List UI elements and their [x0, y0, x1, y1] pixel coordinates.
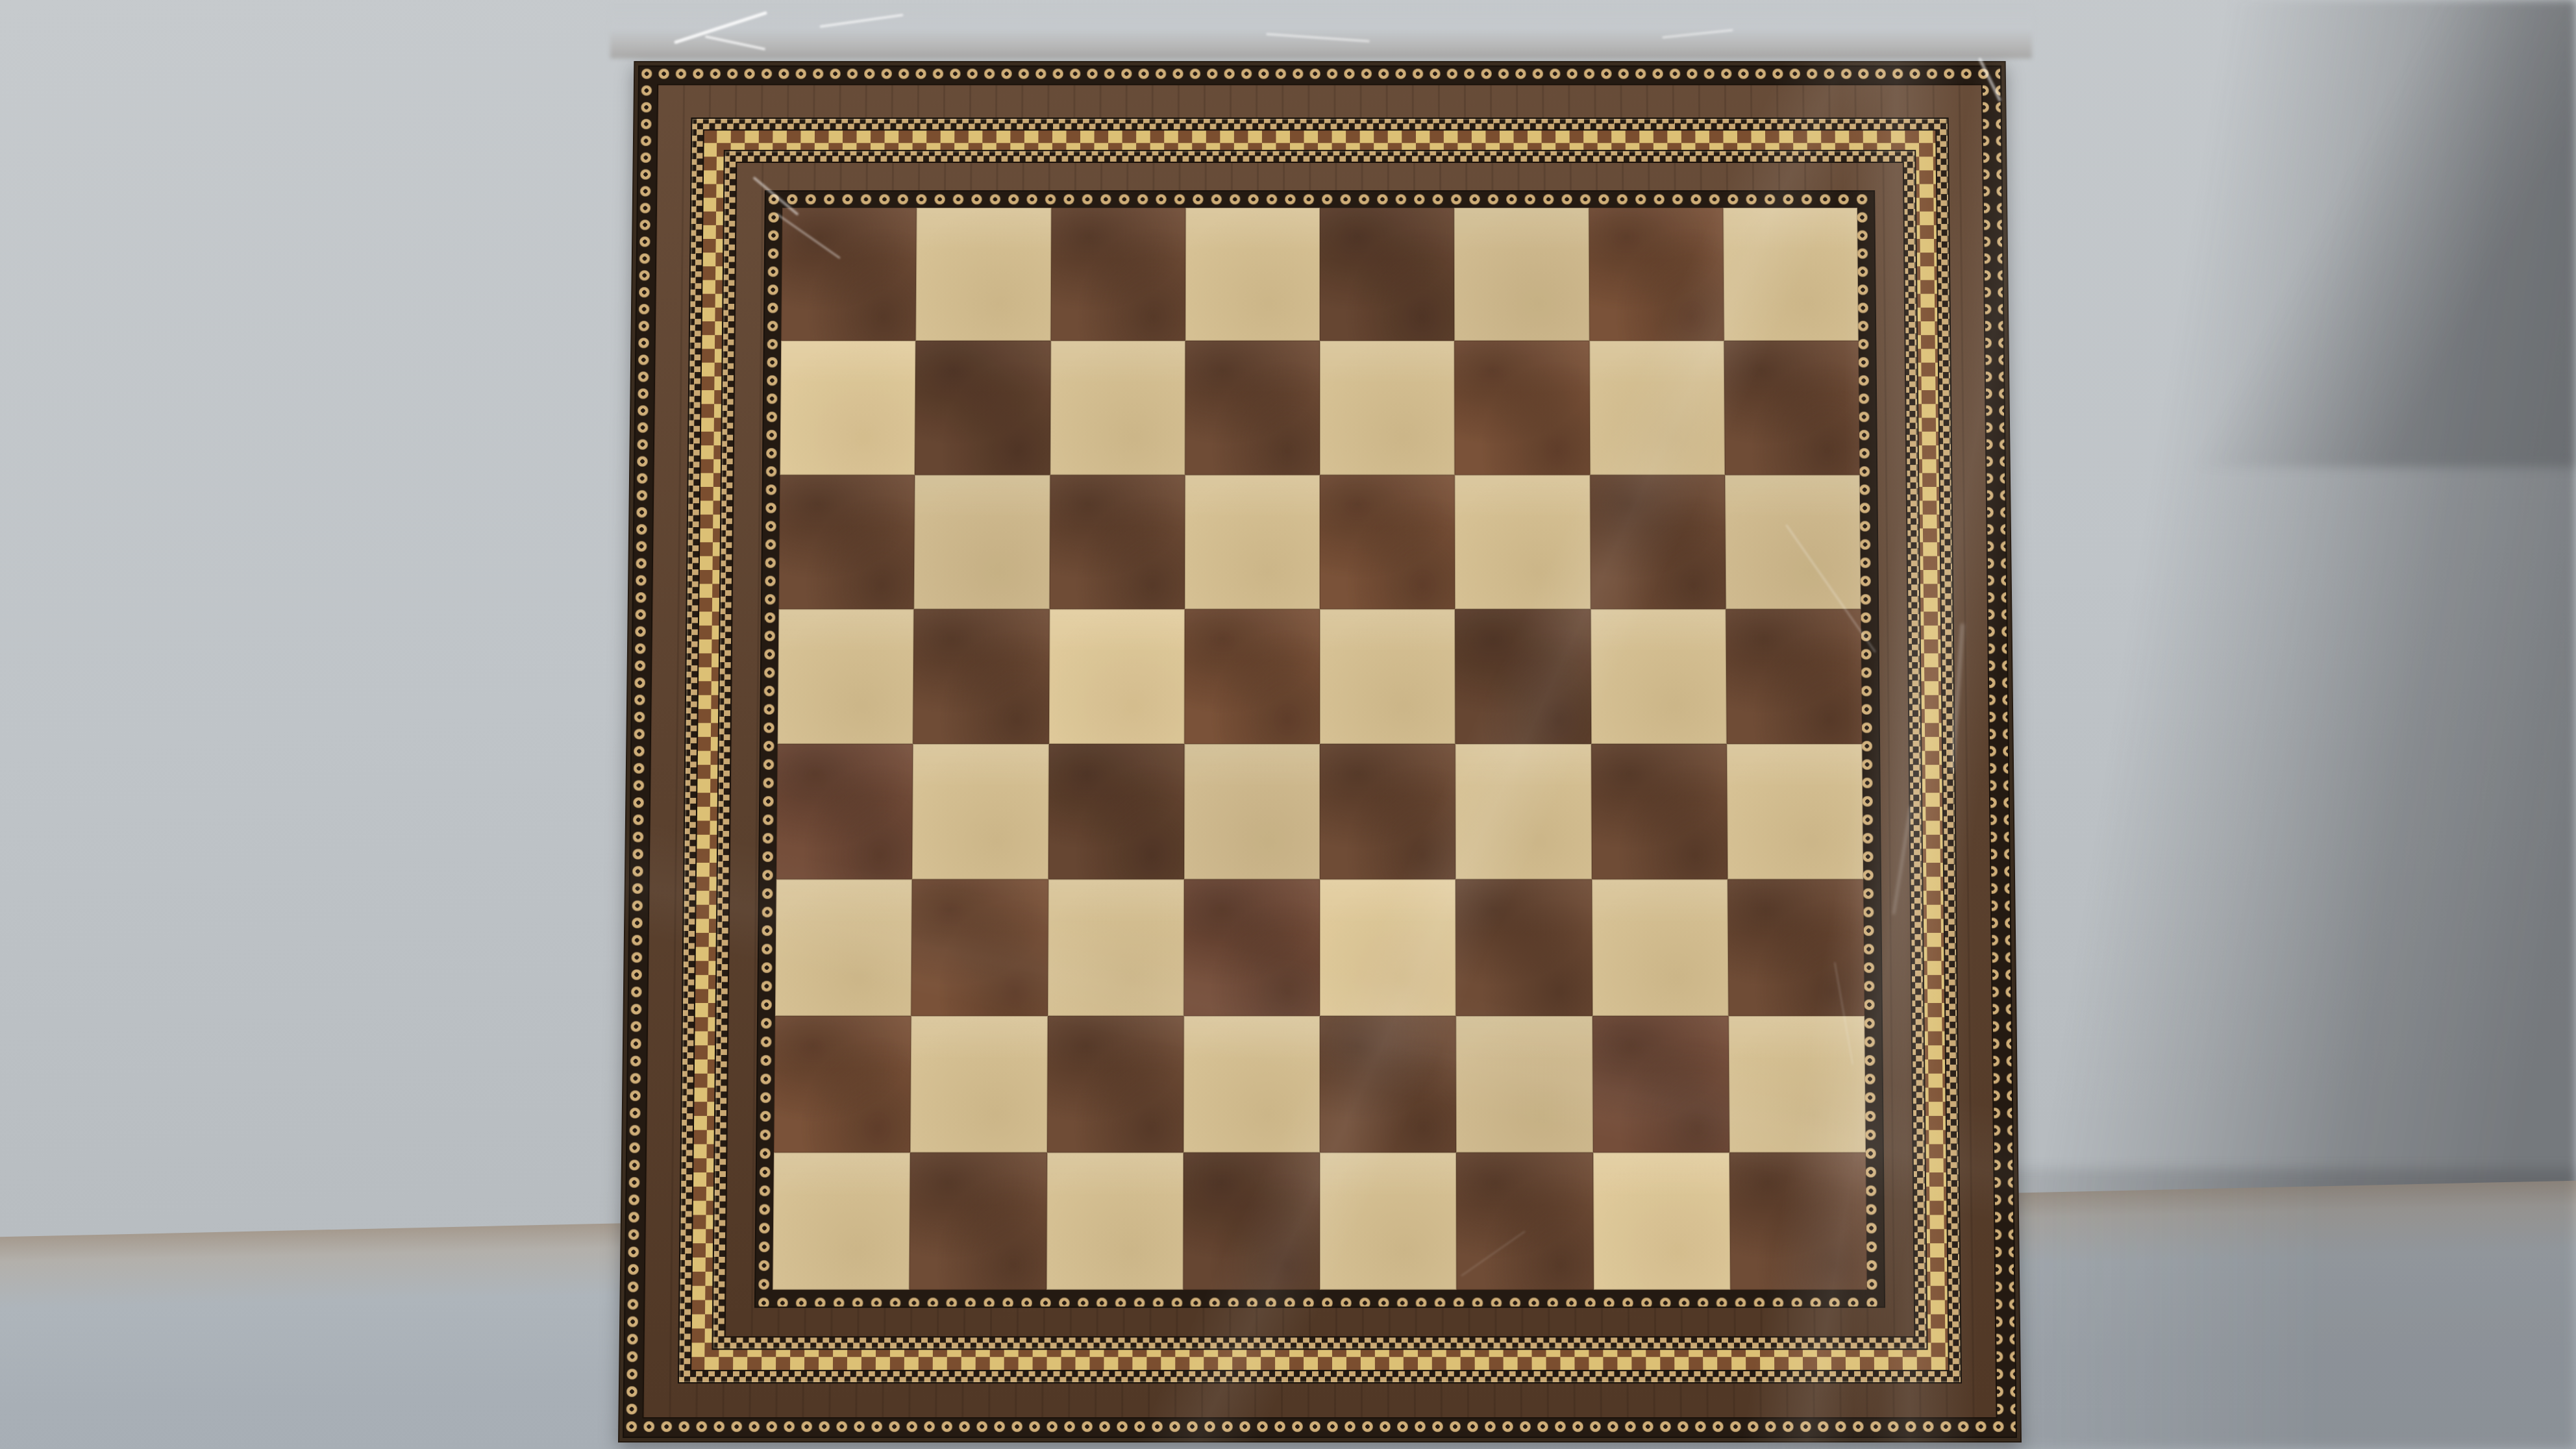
square-a6	[779, 475, 915, 609]
square-e5	[1320, 609, 1455, 744]
square-c2	[1047, 1015, 1184, 1152]
square-h7	[1724, 341, 1859, 475]
square-f5	[1455, 609, 1591, 744]
square-h3	[1728, 880, 1864, 1016]
border-checker-band-inner	[712, 150, 1927, 1350]
square-c4	[1048, 744, 1184, 880]
square-f6	[1455, 475, 1591, 609]
square-c7	[1050, 341, 1185, 475]
square-d6	[1185, 475, 1320, 609]
square-d4	[1184, 744, 1320, 880]
border-chain-band-inner	[754, 190, 1885, 1307]
border-yellow-mosaic-band	[690, 129, 1950, 1371]
border-walnut-band-outer	[642, 84, 1997, 1418]
square-d1	[1183, 1152, 1320, 1290]
square-e8	[1320, 208, 1454, 341]
square-e3	[1320, 880, 1456, 1016]
border-walnut-band-inner	[724, 162, 1916, 1337]
square-f7	[1454, 341, 1589, 475]
square-h2	[1728, 1015, 1866, 1152]
square-b5	[913, 609, 1049, 744]
border-chain-band-outer	[623, 66, 2017, 1438]
square-d3	[1183, 880, 1320, 1016]
square-g8	[1589, 208, 1724, 341]
square-g6	[1590, 475, 1726, 609]
square-g5	[1591, 609, 1727, 744]
square-a1	[773, 1152, 910, 1290]
square-e1	[1320, 1152, 1457, 1290]
square-h8	[1723, 208, 1859, 341]
square-e2	[1320, 1015, 1456, 1152]
square-d8	[1185, 208, 1320, 341]
square-f8	[1454, 208, 1589, 341]
plastic-wrap-top-edge	[610, 4, 2032, 58]
square-b1	[910, 1152, 1047, 1290]
square-b8	[916, 208, 1051, 341]
square-e4	[1320, 744, 1455, 880]
square-c5	[1048, 609, 1184, 744]
square-g3	[1592, 880, 1729, 1016]
square-f1	[1456, 1152, 1593, 1290]
square-a7	[780, 341, 915, 475]
photo-scene	[0, 0, 2576, 1449]
square-a3	[775, 880, 912, 1016]
square-d2	[1183, 1015, 1320, 1152]
wall-shadow-corner	[2161, 0, 2576, 467]
square-f4	[1455, 744, 1592, 880]
square-e6	[1320, 475, 1455, 609]
square-d5	[1184, 609, 1320, 744]
chessboard-grid	[773, 208, 1867, 1290]
square-e7	[1320, 341, 1455, 475]
square-c1	[1046, 1152, 1183, 1290]
square-b2	[910, 1015, 1047, 1152]
square-c8	[1050, 208, 1185, 341]
square-b7	[915, 341, 1050, 475]
square-g2	[1592, 1015, 1729, 1152]
square-a2	[774, 1015, 911, 1152]
square-c6	[1049, 475, 1185, 609]
square-g1	[1592, 1152, 1730, 1290]
square-c3	[1047, 880, 1183, 1016]
square-b4	[912, 744, 1048, 880]
square-a8	[781, 208, 917, 341]
square-h5	[1726, 609, 1862, 744]
square-g7	[1589, 341, 1725, 475]
square-f2	[1456, 1015, 1593, 1152]
square-h4	[1727, 744, 1864, 880]
border-checker-band-outer	[678, 118, 1962, 1383]
square-d7	[1185, 341, 1320, 475]
chessboard	[618, 61, 2022, 1443]
square-b6	[914, 475, 1050, 609]
square-f3	[1455, 880, 1592, 1016]
square-h1	[1729, 1152, 1867, 1290]
square-g4	[1591, 744, 1728, 880]
square-a4	[776, 744, 913, 880]
square-h6	[1725, 475, 1861, 609]
board-edge-trim	[618, 61, 2022, 1443]
square-b3	[911, 880, 1048, 1016]
square-a5	[778, 609, 914, 744]
